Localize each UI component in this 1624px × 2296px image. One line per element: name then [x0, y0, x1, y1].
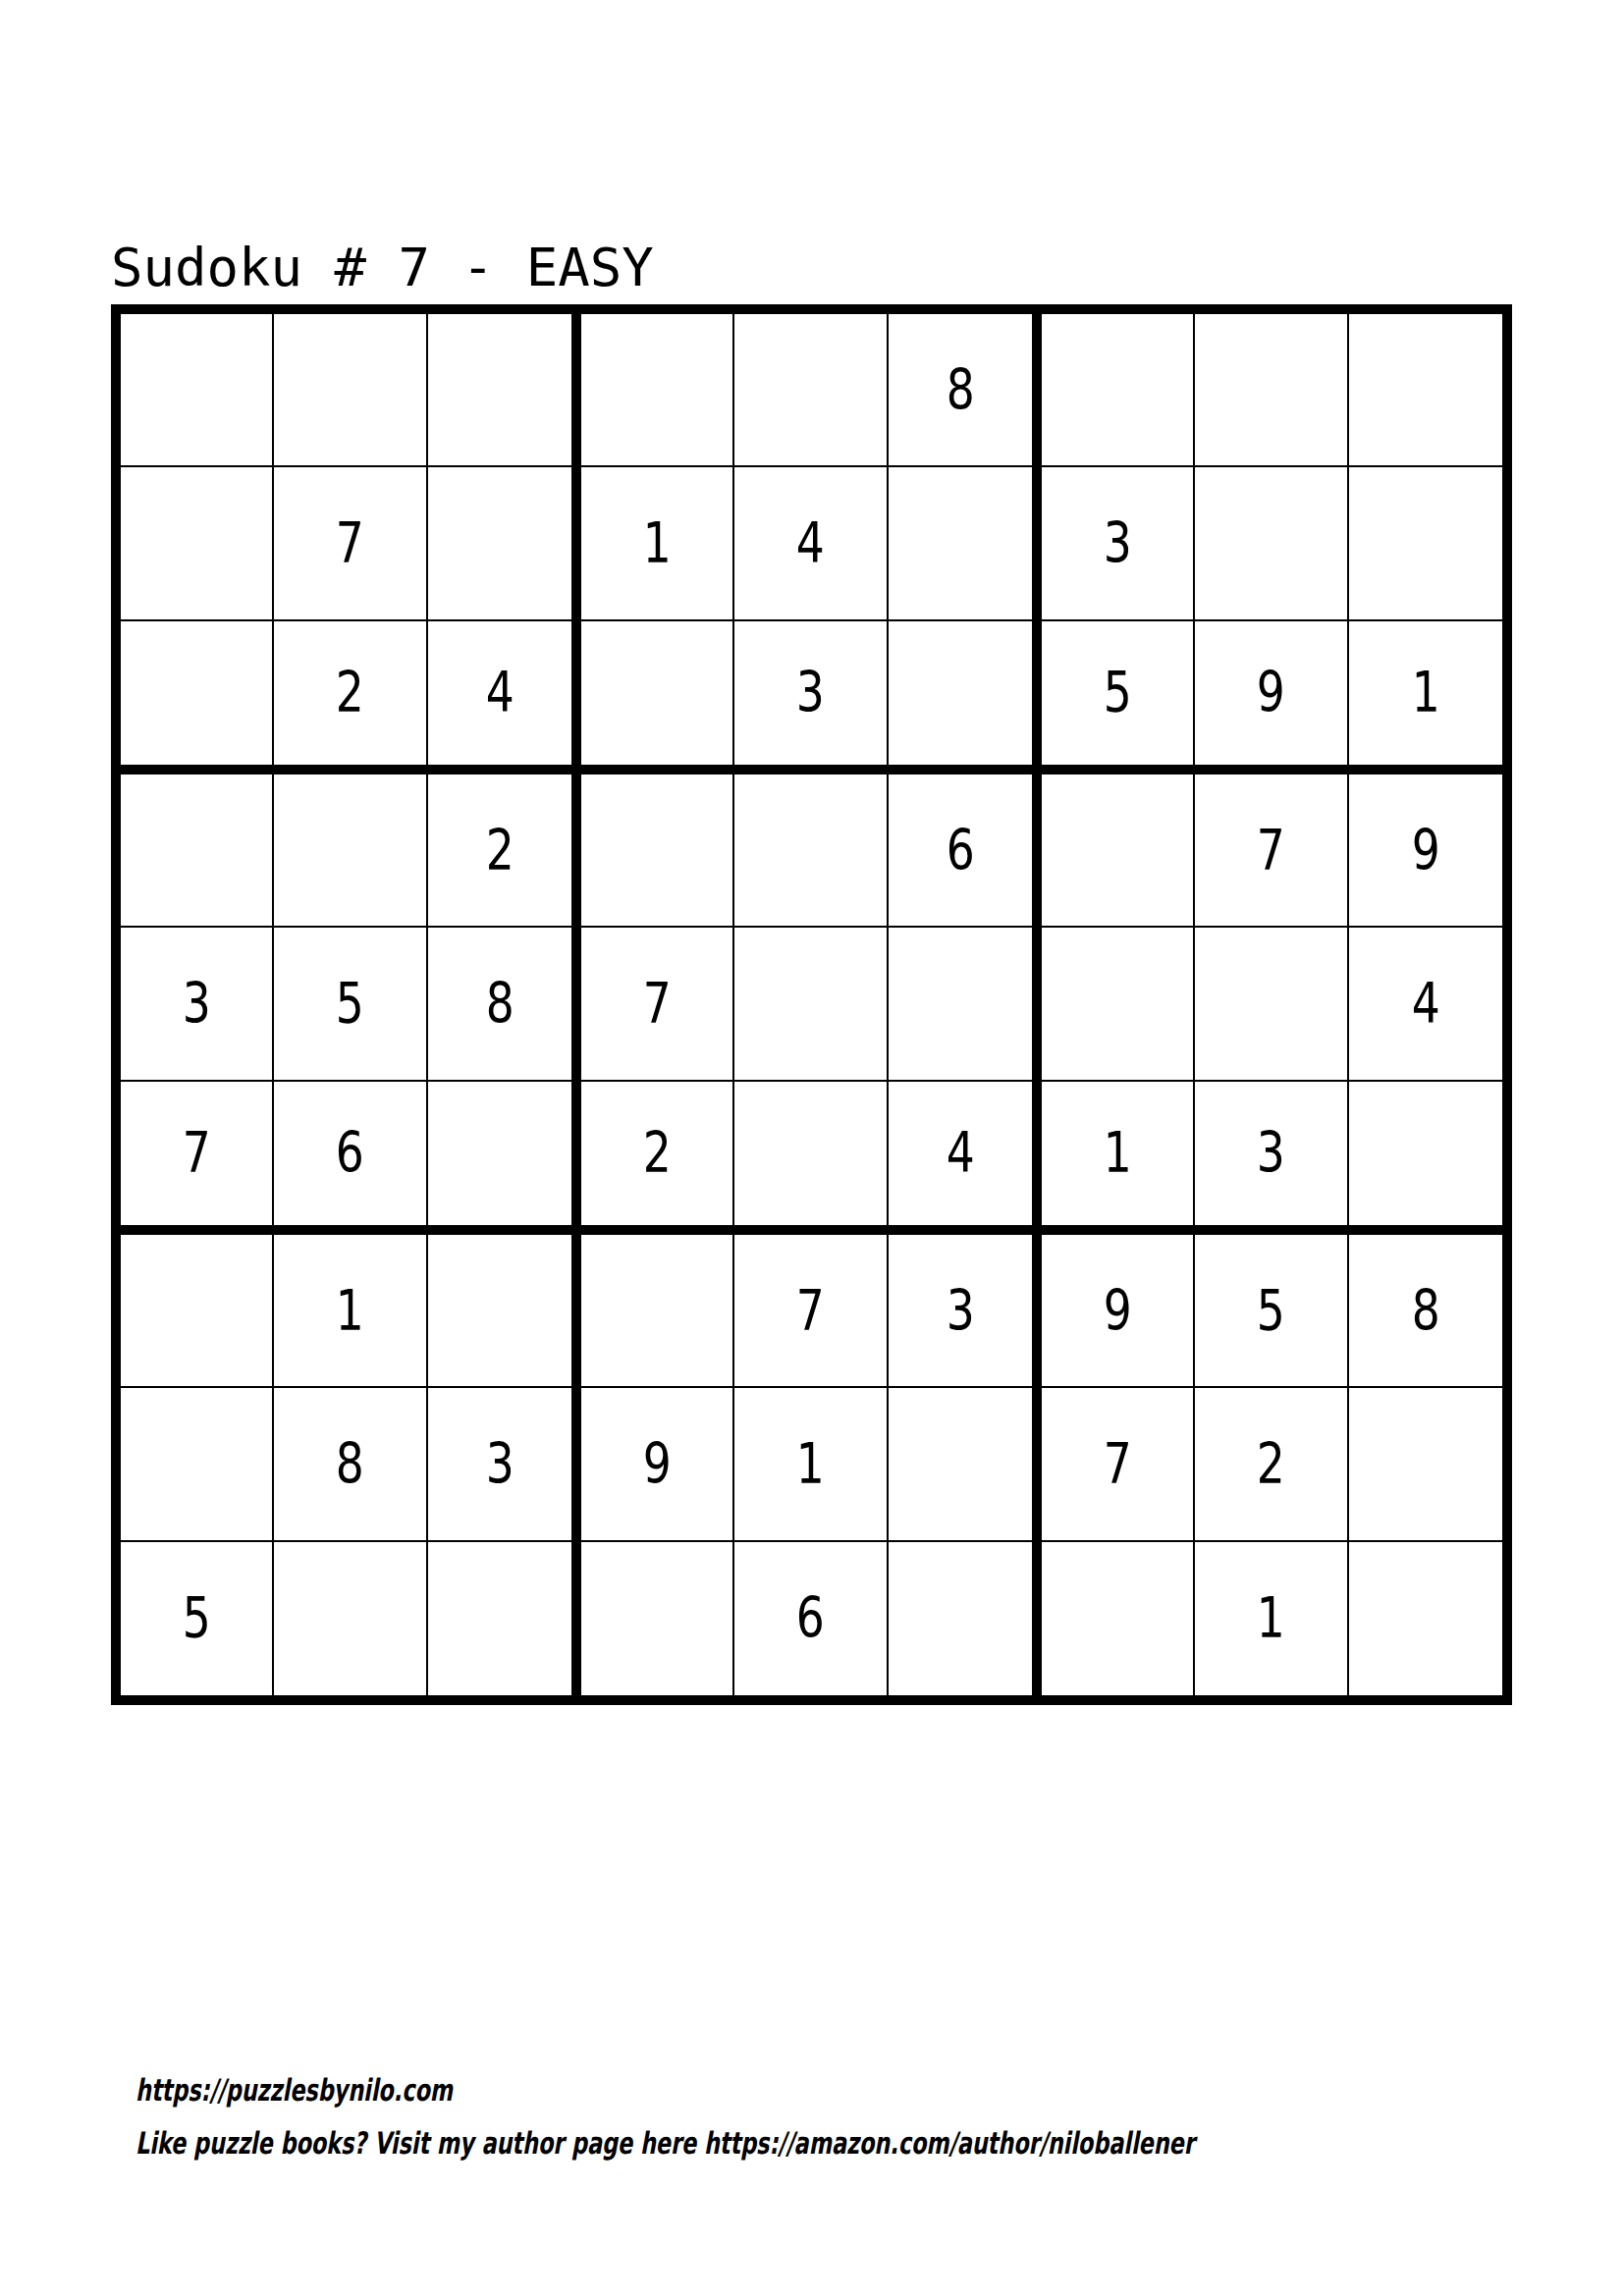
cell-r1c5[interactable]: [734, 314, 888, 467]
cell-r6c7[interactable]: 1: [1042, 1082, 1195, 1235]
cell-r3c9[interactable]: 1: [1349, 621, 1502, 774]
cell-r6c4[interactable]: 2: [581, 1082, 734, 1235]
cell-r4c2[interactable]: [274, 774, 427, 928]
cell-r2c1[interactable]: [121, 467, 274, 620]
given-digit: 4: [1411, 976, 1439, 1032]
cell-r6c5[interactable]: [734, 1082, 888, 1235]
given-digit: 2: [1257, 1436, 1285, 1492]
footer-site-url[interactable]: https://puzzlesbynilo.com: [135, 2075, 453, 2106]
given-digit: 6: [946, 823, 974, 879]
given-digit: 1: [1257, 1590, 1285, 1646]
cell-r2c4[interactable]: 1: [581, 467, 734, 620]
cell-r7c5[interactable]: 7: [734, 1235, 888, 1388]
cell-r2c3[interactable]: [428, 467, 581, 620]
cell-r8c8[interactable]: 2: [1195, 1388, 1348, 1541]
cell-r2c8[interactable]: [1195, 467, 1348, 620]
cell-r8c4[interactable]: 9: [581, 1388, 734, 1541]
cell-r7c3[interactable]: [428, 1235, 581, 1388]
cell-r8c6[interactable]: [889, 1388, 1042, 1541]
cell-r7c2[interactable]: 1: [274, 1235, 427, 1388]
cell-r8c2[interactable]: 8: [274, 1388, 427, 1541]
cell-r1c7[interactable]: [1042, 314, 1195, 467]
given-digit: 6: [336, 1125, 364, 1181]
cell-r5c1[interactable]: 3: [121, 928, 274, 1081]
given-digit: 6: [796, 1590, 825, 1646]
cell-r4c1[interactable]: [121, 774, 274, 928]
given-digit: 7: [336, 515, 364, 571]
cell-r1c4[interactable]: [581, 314, 734, 467]
cell-r7c7[interactable]: 9: [1042, 1235, 1195, 1388]
cell-r8c3[interactable]: 3: [428, 1388, 581, 1541]
cell-r9c7[interactable]: [1042, 1542, 1195, 1695]
cell-r8c1[interactable]: [121, 1388, 274, 1541]
cell-r3c4[interactable]: [581, 621, 734, 774]
given-digit: 9: [1104, 1283, 1132, 1339]
given-digit: 9: [1257, 665, 1285, 721]
cell-r4c9[interactable]: 9: [1349, 774, 1502, 928]
sudoku-board: 8714324359126793587476241317395883917256…: [111, 304, 1512, 1705]
given-digit: 7: [1104, 1436, 1132, 1492]
given-digit: 5: [1104, 665, 1132, 721]
cell-r7c8[interactable]: 5: [1195, 1235, 1348, 1388]
given-digit: 1: [643, 515, 672, 571]
cell-r6c1[interactable]: 7: [121, 1082, 274, 1235]
cell-r4c7[interactable]: [1042, 774, 1195, 928]
cell-r2c2[interactable]: 7: [274, 467, 427, 620]
cell-r3c7[interactable]: 5: [1042, 621, 1195, 774]
cell-r8c9[interactable]: [1349, 1388, 1502, 1541]
cell-r1c8[interactable]: [1195, 314, 1348, 467]
given-digit: 4: [796, 515, 825, 571]
cell-r5c8[interactable]: [1195, 928, 1348, 1081]
cell-r6c2[interactable]: 6: [274, 1082, 427, 1235]
given-digit: 2: [643, 1125, 672, 1181]
cell-r2c5[interactable]: 4: [734, 467, 888, 620]
cell-r6c6[interactable]: 4: [889, 1082, 1042, 1235]
given-digit: 7: [796, 1283, 825, 1339]
cell-r3c1[interactable]: [121, 621, 274, 774]
cell-r4c3[interactable]: 2: [428, 774, 581, 928]
cell-r1c1[interactable]: [121, 314, 274, 467]
cell-r5c4[interactable]: 7: [581, 928, 734, 1081]
cell-r6c9[interactable]: [1349, 1082, 1502, 1235]
cell-r8c5[interactable]: 1: [734, 1388, 888, 1541]
given-digit: 1: [1411, 665, 1439, 721]
cell-r7c1[interactable]: [121, 1235, 274, 1388]
given-digit: 1: [1104, 1125, 1132, 1181]
cell-r5c9[interactable]: 4: [1349, 928, 1502, 1081]
given-digit: 5: [183, 1590, 211, 1646]
given-digit: 3: [485, 1436, 514, 1492]
given-digit: 9: [643, 1436, 672, 1492]
cell-r1c6[interactable]: 8: [889, 314, 1042, 467]
cell-r9c3[interactable]: [428, 1542, 581, 1695]
given-digit: 1: [796, 1436, 825, 1492]
footer-author-line[interactable]: Like puzzle books? Visit my author page …: [135, 2128, 1195, 2159]
cell-r3c5[interactable]: 3: [734, 621, 888, 774]
cell-r9c1[interactable]: 5: [121, 1542, 274, 1695]
given-digit: 5: [336, 976, 364, 1032]
cell-r2c6[interactable]: [889, 467, 1042, 620]
cell-r6c8[interactable]: 3: [1195, 1082, 1348, 1235]
cell-r6c3[interactable]: [428, 1082, 581, 1235]
cell-r4c5[interactable]: [734, 774, 888, 928]
cell-r9c5[interactable]: 6: [734, 1542, 888, 1695]
given-digit: 4: [946, 1125, 974, 1181]
given-digit: 3: [796, 665, 825, 721]
cell-r1c9[interactable]: [1349, 314, 1502, 467]
cell-r5c2[interactable]: 5: [274, 928, 427, 1081]
cell-r1c2[interactable]: [274, 314, 427, 467]
given-digit: 7: [183, 1125, 211, 1181]
given-digit: 5: [1257, 1283, 1285, 1339]
cell-r7c4[interactable]: [581, 1235, 734, 1388]
given-digit: 2: [485, 823, 514, 879]
page: Sudoku # 7 - EASY 8714324359126793587476…: [0, 0, 1624, 2296]
cell-r5c6[interactable]: [889, 928, 1042, 1081]
cell-r4c6[interactable]: 6: [889, 774, 1042, 928]
given-digit: 8: [336, 1436, 364, 1492]
cell-r7c6[interactable]: 3: [889, 1235, 1042, 1388]
given-digit: 3: [1257, 1125, 1285, 1181]
given-digit: 3: [1104, 515, 1132, 571]
given-digit: 8: [946, 362, 974, 418]
given-digit: 4: [485, 665, 514, 721]
cell-r1c3[interactable]: [428, 314, 581, 467]
cell-r2c7[interactable]: 3: [1042, 467, 1195, 620]
cell-r9c9[interactable]: [1349, 1542, 1502, 1695]
puzzle-title: Sudoku # 7 - EASY: [111, 241, 654, 294]
cell-r5c5[interactable]: [734, 928, 888, 1081]
given-digit: 8: [485, 976, 514, 1032]
cell-r3c6[interactable]: [889, 621, 1042, 774]
cell-r4c8[interactable]: 7: [1195, 774, 1348, 928]
cell-r3c3[interactable]: 4: [428, 621, 581, 774]
cell-r4c4[interactable]: [581, 774, 734, 928]
cell-r8c7[interactable]: 7: [1042, 1388, 1195, 1541]
given-digit: 7: [1257, 823, 1285, 879]
cell-r2c9[interactable]: [1349, 467, 1502, 620]
cell-r7c9[interactable]: 8: [1349, 1235, 1502, 1388]
given-digit: 7: [643, 976, 672, 1032]
cell-r5c7[interactable]: [1042, 928, 1195, 1081]
cell-r3c2[interactable]: 2: [274, 621, 427, 774]
given-digit: 3: [183, 976, 211, 1032]
cell-r9c6[interactable]: [889, 1542, 1042, 1695]
cell-r3c8[interactable]: 9: [1195, 621, 1348, 774]
cell-r9c8[interactable]: 1: [1195, 1542, 1348, 1695]
cell-r5c3[interactable]: 8: [428, 928, 581, 1081]
given-digit: 9: [1411, 823, 1439, 879]
cell-r9c4[interactable]: [581, 1542, 734, 1695]
given-digit: 1: [336, 1283, 364, 1339]
given-digit: 3: [946, 1283, 974, 1339]
given-digit: 2: [336, 665, 364, 721]
cell-r9c2[interactable]: [274, 1542, 427, 1695]
given-digit: 8: [1411, 1283, 1439, 1339]
